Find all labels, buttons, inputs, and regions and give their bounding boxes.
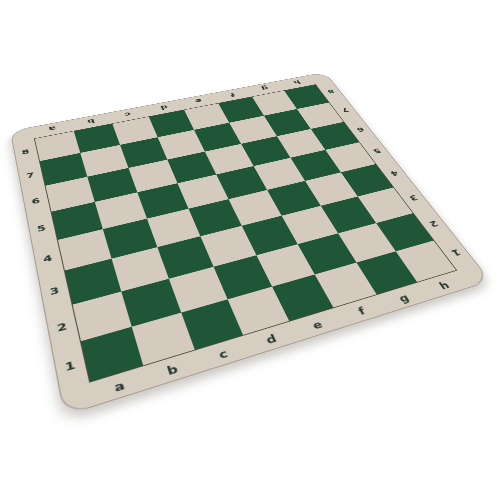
product-photo: abcdefgh abcdefgh 87654321 87654321 [0, 0, 500, 500]
chess-mat: abcdefgh abcdefgh 87654321 87654321 [10, 72, 491, 416]
